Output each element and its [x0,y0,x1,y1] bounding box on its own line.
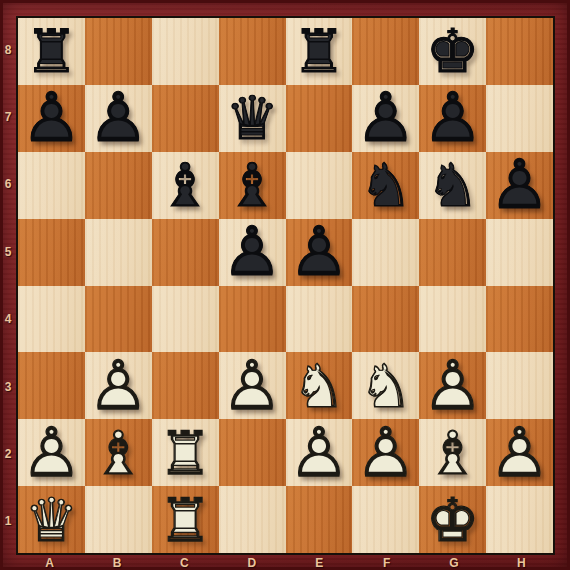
black-bishop[interactable]: ♝♗ [219,152,286,219]
square-c4[interactable] [152,286,219,353]
square-c7[interactable] [152,85,219,152]
square-e2[interactable]: ♟♙ [286,419,353,486]
black-queen[interactable]: ♛♕ [219,85,286,152]
white-rook[interactable]: ♜♖ [152,419,219,486]
square-c3[interactable] [152,352,219,419]
white-pawn-outline: ♙ [219,352,286,419]
square-b7[interactable]: ♟♙ [85,85,152,152]
white-king-outline: ♔ [419,486,486,553]
square-c8[interactable] [152,18,219,85]
black-pawn-outline: ♙ [286,219,353,286]
white-knight[interactable]: ♞♘ [352,352,419,419]
black-pawn-outline: ♙ [85,85,152,152]
square-e7[interactable] [286,85,353,152]
square-f8[interactable] [352,18,419,85]
black-king[interactable]: ♚♔ [419,18,486,85]
file-label-f: F [353,555,420,570]
black-pawn-outline: ♙ [352,85,419,152]
rank-labels: 87654321 [0,16,16,555]
white-rook-outline: ♖ [152,486,219,553]
black-rook[interactable]: ♜♖ [286,18,353,85]
square-a4[interactable] [18,286,85,353]
white-knight[interactable]: ♞♘ [286,352,353,419]
square-d8[interactable] [219,18,286,85]
black-bishop[interactable]: ♝♗ [152,152,219,219]
square-h6[interactable]: ♟♙ [486,152,553,219]
black-knight[interactable]: ♞♘ [419,152,486,219]
square-e3[interactable]: ♞♘ [286,352,353,419]
square-h3[interactable] [486,352,553,419]
black-rook-outline: ♖ [18,18,85,85]
board-frame: ♜♖♜♖♚♔♟♙♟♙♛♕♟♙♟♙♝♗♝♗♞♘♞♘♟♙♟♙♟♙♟♙♟♙♞♘♞♘♟♙… [0,0,570,570]
black-knight-outline: ♘ [352,152,419,219]
black-king-outline: ♔ [419,18,486,85]
white-king[interactable]: ♚♔ [419,486,486,553]
file-labels: ABCDEFGH [16,555,555,570]
file-label-e: E [286,555,353,570]
square-f2[interactable]: ♟♙ [352,419,419,486]
square-f1[interactable] [352,486,419,553]
square-e4[interactable] [286,286,353,353]
file-label-g: G [420,555,487,570]
square-c6[interactable]: ♝♗ [152,152,219,219]
black-pawn-outline: ♙ [18,85,85,152]
square-g3[interactable]: ♟♙ [419,352,486,419]
black-bishop-outline: ♗ [219,152,286,219]
file-label-a: A [16,555,83,570]
square-d7[interactable]: ♛♕ [219,85,286,152]
square-d2[interactable] [219,419,286,486]
square-a7[interactable]: ♟♙ [18,85,85,152]
black-bishop-outline: ♗ [152,152,219,219]
black-pawn[interactable]: ♟♙ [18,85,85,152]
white-pawn[interactable]: ♟♙ [85,352,152,419]
square-b5[interactable] [85,219,152,286]
white-pawn[interactable]: ♟♙ [219,352,286,419]
white-knight-outline: ♘ [352,352,419,419]
square-a6[interactable] [18,152,85,219]
square-d4[interactable] [219,286,286,353]
square-b1[interactable] [85,486,152,553]
white-pawn-outline: ♙ [486,419,553,486]
rank-label-6: 6 [0,151,16,218]
square-e8[interactable]: ♜♖ [286,18,353,85]
square-a8[interactable]: ♜♖ [18,18,85,85]
square-d3[interactable]: ♟♙ [219,352,286,419]
rank-label-7: 7 [0,83,16,150]
black-pawn-outline: ♙ [486,152,553,219]
square-e5[interactable]: ♟♙ [286,219,353,286]
square-a2[interactable]: ♟♙ [18,419,85,486]
square-b6[interactable] [85,152,152,219]
square-h1[interactable] [486,486,553,553]
square-b2[interactable]: ♝♗ [85,419,152,486]
file-label-h: H [488,555,555,570]
black-pawn[interactable]: ♟♙ [85,85,152,152]
square-g6[interactable]: ♞♘ [419,152,486,219]
file-label-d: D [218,555,285,570]
file-label-b: B [83,555,150,570]
rank-label-2: 2 [0,420,16,487]
square-b3[interactable]: ♟♙ [85,352,152,419]
black-pawn-outline: ♙ [419,85,486,152]
black-pawn-outline: ♙ [219,219,286,286]
chess-board: ♜♖♜♖♚♔♟♙♟♙♛♕♟♙♟♙♝♗♝♗♞♘♞♘♟♙♟♙♟♙♟♙♟♙♞♘♞♘♟♙… [16,16,555,555]
square-f3[interactable]: ♞♘ [352,352,419,419]
square-g1[interactable]: ♚♔ [419,486,486,553]
white-pawn-outline: ♙ [419,352,486,419]
file-label-c: C [151,555,218,570]
white-pawn[interactable]: ♟♙ [286,419,353,486]
square-f7[interactable]: ♟♙ [352,85,419,152]
black-rook-outline: ♖ [286,18,353,85]
white-queen[interactable]: ♛♕ [18,486,85,553]
square-h2[interactable]: ♟♙ [486,419,553,486]
black-pawn[interactable]: ♟♙ [286,219,353,286]
white-bishop-outline: ♗ [419,419,486,486]
square-a5[interactable] [18,219,85,286]
square-d6[interactable]: ♝♗ [219,152,286,219]
white-pawn-outline: ♙ [85,352,152,419]
black-knight[interactable]: ♞♘ [352,152,419,219]
white-bishop-outline: ♗ [85,419,152,486]
square-b4[interactable] [85,286,152,353]
square-f6[interactable]: ♞♘ [352,152,419,219]
black-knight-outline: ♘ [419,152,486,219]
black-rook[interactable]: ♜♖ [18,18,85,85]
rank-label-4: 4 [0,286,16,353]
black-pawn[interactable]: ♟♙ [486,152,553,219]
square-h5[interactable] [486,219,553,286]
black-queen-outline: ♕ [219,85,286,152]
square-c1[interactable]: ♜♖ [152,486,219,553]
white-pawn[interactable]: ♟♙ [486,419,553,486]
rank-label-8: 8 [0,16,16,83]
square-g8[interactable]: ♚♔ [419,18,486,85]
white-pawn[interactable]: ♟♙ [419,352,486,419]
white-queen-outline: ♕ [18,486,85,553]
square-c5[interactable] [152,219,219,286]
square-d1[interactable] [219,486,286,553]
square-h7[interactable] [486,85,553,152]
rank-label-3: 3 [0,353,16,420]
white-pawn-outline: ♙ [352,419,419,486]
rank-label-1: 1 [0,488,16,555]
black-pawn[interactable]: ♟♙ [219,219,286,286]
white-pawn[interactable]: ♟♙ [18,419,85,486]
square-c2[interactable]: ♜♖ [152,419,219,486]
white-pawn-outline: ♙ [286,419,353,486]
square-b8[interactable] [85,18,152,85]
black-pawn[interactable]: ♟♙ [419,85,486,152]
white-rook-outline: ♖ [152,419,219,486]
white-bishop[interactable]: ♝♗ [85,419,152,486]
square-g2[interactable]: ♝♗ [419,419,486,486]
white-bishop[interactable]: ♝♗ [419,419,486,486]
square-a3[interactable] [18,352,85,419]
white-knight-outline: ♘ [286,352,353,419]
square-g7[interactable]: ♟♙ [419,85,486,152]
black-pawn[interactable]: ♟♙ [352,85,419,152]
square-g4[interactable] [419,286,486,353]
white-pawn-outline: ♙ [18,419,85,486]
square-a1[interactable]: ♛♕ [18,486,85,553]
white-pawn[interactable]: ♟♙ [352,419,419,486]
rank-label-5: 5 [0,218,16,285]
square-e6[interactable] [286,152,353,219]
square-g5[interactable] [419,219,486,286]
square-d5[interactable]: ♟♙ [219,219,286,286]
square-f4[interactable] [352,286,419,353]
white-rook[interactable]: ♜♖ [152,486,219,553]
square-h8[interactable] [486,18,553,85]
square-e1[interactable] [286,486,353,553]
square-f5[interactable] [352,219,419,286]
square-h4[interactable] [486,286,553,353]
